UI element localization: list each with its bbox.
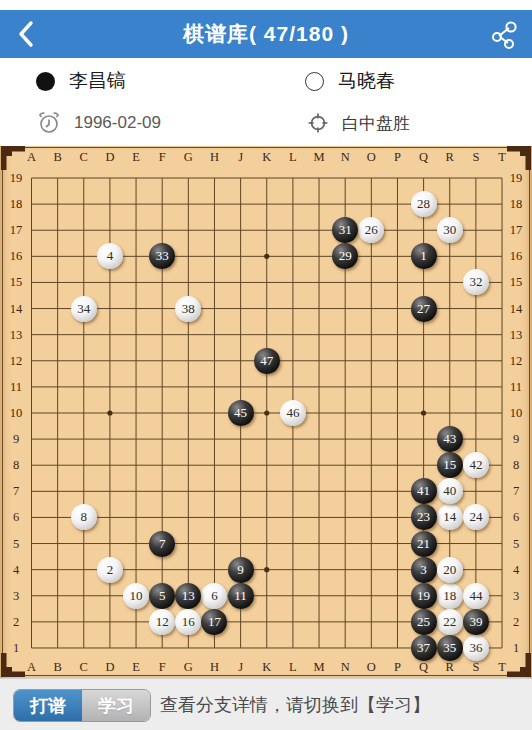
page-title: 棋谱库( 47/180 ) xyxy=(183,20,349,48)
row-label-left: 14 xyxy=(10,301,23,316)
row-label-right: 9 xyxy=(513,432,519,447)
col-label-top: G xyxy=(184,150,193,165)
row-label-right: 16 xyxy=(510,249,523,264)
row-label-right: 8 xyxy=(513,458,519,473)
col-label-bottom: F xyxy=(159,660,166,675)
row-label-left: 5 xyxy=(13,536,19,551)
white-stone-C14: 34 xyxy=(71,296,97,322)
col-label-bottom: T xyxy=(498,660,506,675)
col-label-top: E xyxy=(132,150,140,165)
col-label-bottom: S xyxy=(472,660,479,675)
col-label-top: H xyxy=(210,150,219,165)
col-label-bottom: E xyxy=(132,660,140,675)
star-point xyxy=(107,410,112,415)
col-label-top: D xyxy=(105,150,114,165)
row-label-left: 3 xyxy=(13,588,19,603)
row-label-right: 10 xyxy=(510,405,523,420)
col-label-bottom: N xyxy=(341,660,350,675)
status-bar xyxy=(0,0,532,10)
black-stone-F5: 7 xyxy=(149,531,175,557)
white-stone-S15: 32 xyxy=(463,269,489,295)
share-icon[interactable] xyxy=(490,20,520,50)
white-stone-R7: 40 xyxy=(437,478,463,504)
col-label-top: T xyxy=(498,150,506,165)
col-label-bottom: O xyxy=(367,660,376,675)
col-label-top: N xyxy=(341,150,350,165)
info-row: 1996-02-09 白中盘胜 xyxy=(0,104,532,146)
black-stone-F16: 33 xyxy=(149,243,175,269)
white-stone-G2: 16 xyxy=(175,609,201,635)
col-label-bottom: G xyxy=(184,660,193,675)
row-label-left: 19 xyxy=(10,171,23,186)
col-label-top: S xyxy=(472,150,479,165)
col-label-top: P xyxy=(394,150,401,165)
row-label-left: 7 xyxy=(13,484,19,499)
black-stone-J4: 9 xyxy=(228,557,254,583)
row-label-left: 15 xyxy=(10,275,23,290)
col-label-bottom: C xyxy=(80,660,88,675)
row-label-left: 17 xyxy=(10,223,23,238)
players-row: 李昌镐 马晓春 xyxy=(0,58,532,104)
black-stone-Q1: 37 xyxy=(411,635,437,661)
white-stone-H3: 6 xyxy=(201,583,227,609)
row-label-right: 13 xyxy=(510,327,523,342)
col-label-top: A xyxy=(27,150,36,165)
white-player-name: 马晓春 xyxy=(338,68,395,94)
black-stone-G3: 13 xyxy=(175,583,201,609)
white-stone-C6: 8 xyxy=(71,504,97,530)
white-stone-R6: 14 xyxy=(437,504,463,530)
game-result: 白中盘胜 xyxy=(342,112,410,135)
col-label-top: F xyxy=(159,150,166,165)
row-label-right: 19 xyxy=(510,171,523,186)
black-stone-R9: 43 xyxy=(437,426,463,452)
col-label-bottom: P xyxy=(394,660,401,675)
col-label-bottom: D xyxy=(105,660,114,675)
row-label-right: 15 xyxy=(510,275,523,290)
col-label-bottom: B xyxy=(53,660,61,675)
col-label-bottom: Q xyxy=(419,660,428,675)
col-label-top: O xyxy=(367,150,376,165)
back-chevron-icon[interactable] xyxy=(14,18,40,50)
white-stone-E3: 10 xyxy=(123,583,149,609)
black-player: 李昌镐 xyxy=(36,58,126,104)
black-stone-Q2: 25 xyxy=(411,609,437,635)
black-stone-K12: 47 xyxy=(254,348,280,374)
row-label-left: 16 xyxy=(10,249,23,264)
star-point xyxy=(264,254,269,259)
row-label-left: 6 xyxy=(13,510,19,525)
row-label-left: 13 xyxy=(10,327,23,342)
white-stone-R2: 22 xyxy=(437,609,463,635)
frame-corner-ornament xyxy=(0,145,26,171)
white-stone-F2: 12 xyxy=(149,609,175,635)
row-label-right: 7 xyxy=(513,484,519,499)
row-label-right: 11 xyxy=(510,379,522,394)
row-label-left: 2 xyxy=(13,614,19,629)
black-stone-Q16: 1 xyxy=(411,243,437,269)
white-stone-L10: 46 xyxy=(280,400,306,426)
white-stone-S8: 42 xyxy=(463,452,489,478)
white-stone-G14: 38 xyxy=(175,296,201,322)
footer-bar: 打谱 学习 查看分支详情，请切换到【学习】 xyxy=(0,678,532,730)
black-stone-N17: 31 xyxy=(332,217,358,243)
frame-corner-ornament xyxy=(506,145,532,171)
black-stone-J10: 45 xyxy=(228,400,254,426)
row-label-left: 18 xyxy=(10,197,23,212)
white-player: 马晓春 xyxy=(305,58,395,104)
row-label-right: 18 xyxy=(510,197,523,212)
black-stone-Q3: 19 xyxy=(411,583,437,609)
col-label-bottom: K xyxy=(262,660,271,675)
date-group: 1996-02-09 xyxy=(36,104,161,142)
white-stone-Q18: 28 xyxy=(411,191,437,217)
black-stone-R1: 35 xyxy=(437,635,463,661)
black-stone-marker xyxy=(36,72,55,91)
white-stone-R4: 20 xyxy=(437,557,463,583)
game-date: 1996-02-09 xyxy=(74,113,161,133)
frame-corner-ornament xyxy=(0,652,26,678)
tab-dapu[interactable]: 打谱 xyxy=(14,690,82,721)
white-stone-R17: 30 xyxy=(437,217,463,243)
white-stone-S1: 36 xyxy=(463,635,489,661)
result-group: 白中盘胜 xyxy=(306,104,410,142)
black-stone-Q4: 3 xyxy=(411,557,437,583)
row-label-left: 12 xyxy=(10,353,23,368)
col-label-bottom: M xyxy=(313,660,324,675)
row-label-right: 5 xyxy=(513,536,519,551)
col-label-top: L xyxy=(289,150,297,165)
col-label-bottom: A xyxy=(27,660,36,675)
clock-icon xyxy=(36,110,62,136)
black-stone-Q14: 27 xyxy=(411,296,437,322)
star-point xyxy=(421,410,426,415)
black-stone-H2: 17 xyxy=(201,609,227,635)
row-label-right: 1 xyxy=(513,640,519,655)
col-label-top: Q xyxy=(419,150,428,165)
black-stone-N16: 29 xyxy=(332,243,358,269)
black-stone-Q7: 41 xyxy=(411,478,437,504)
col-label-top: C xyxy=(80,150,88,165)
star-point xyxy=(264,410,269,415)
tab-xuexi[interactable]: 学习 xyxy=(82,690,150,721)
col-label-bottom: H xyxy=(210,660,219,675)
row-label-left: 8 xyxy=(13,458,19,473)
col-label-top: R xyxy=(446,150,454,165)
black-stone-F3: 5 xyxy=(149,583,175,609)
row-label-left: 10 xyxy=(10,405,23,420)
row-label-right: 3 xyxy=(513,588,519,603)
row-label-right: 6 xyxy=(513,510,519,525)
col-label-bottom: J xyxy=(238,660,243,675)
row-label-left: 11 xyxy=(10,379,22,394)
col-label-bottom: L xyxy=(289,660,297,675)
white-stone-S3: 44 xyxy=(463,583,489,609)
col-label-bottom: R xyxy=(446,660,454,675)
black-stone-Q5: 21 xyxy=(411,531,437,557)
frame-corner-ornament xyxy=(506,652,532,678)
white-stone-S6: 24 xyxy=(463,504,489,530)
black-stone-J3: 11 xyxy=(228,583,254,609)
black-stone-S2: 39 xyxy=(463,609,489,635)
row-label-left: 4 xyxy=(13,562,19,577)
white-stone-D16: 4 xyxy=(97,243,123,269)
col-label-top: J xyxy=(238,150,243,165)
row-label-right: 2 xyxy=(513,614,519,629)
footer-hint: 查看分支详情，请切换到【学习】 xyxy=(160,679,430,730)
go-board[interactable]: AABBCCDDEEFFGGHHJJKKLLMMNNOOPPQQRRSSTT19… xyxy=(0,146,532,678)
black-stone-Q6: 23 xyxy=(411,504,437,530)
black-stone-R8: 15 xyxy=(437,452,463,478)
header: 棋谱库( 47/180 ) xyxy=(0,10,532,58)
row-label-right: 12 xyxy=(510,353,523,368)
star-point xyxy=(264,567,269,572)
col-label-top: B xyxy=(53,150,61,165)
row-label-right: 4 xyxy=(513,562,519,577)
row-label-right: 17 xyxy=(510,223,523,238)
col-label-top: K xyxy=(262,150,271,165)
row-label-right: 14 xyxy=(510,301,523,316)
white-stone-R3: 18 xyxy=(437,583,463,609)
black-player-name: 李昌镐 xyxy=(69,68,126,94)
mode-toggle: 打谱 学习 xyxy=(13,689,151,722)
row-label-left: 1 xyxy=(13,640,19,655)
target-icon xyxy=(306,111,330,135)
white-stone-O17: 26 xyxy=(358,217,384,243)
col-label-top: M xyxy=(313,150,324,165)
white-stone-marker xyxy=(305,72,324,91)
row-label-left: 9 xyxy=(13,432,19,447)
white-stone-D4: 2 xyxy=(97,557,123,583)
